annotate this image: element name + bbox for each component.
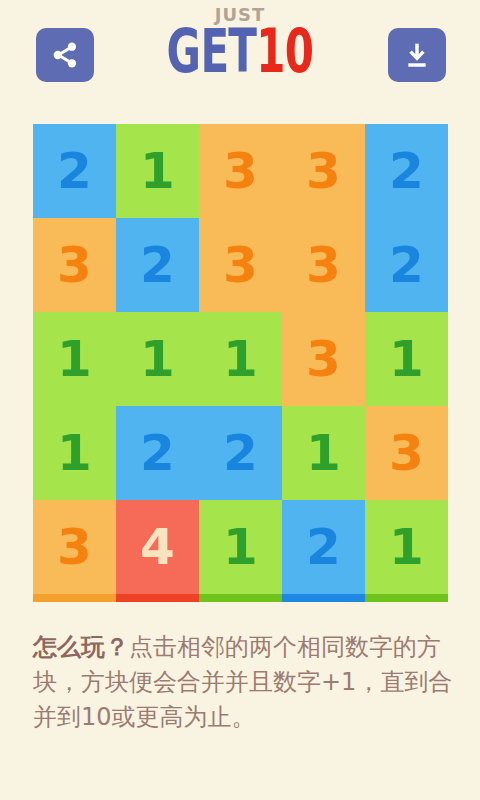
game-board: 2133232332111311221334121 bbox=[33, 124, 448, 594]
tile-r5c3[interactable]: 1 bbox=[199, 500, 282, 594]
title-10: 10 bbox=[256, 16, 313, 86]
board-shadow bbox=[33, 594, 448, 602]
download-button[interactable] bbox=[388, 28, 446, 82]
phone-screen: JUST GET10 bbox=[0, 0, 480, 800]
tile-r5c4[interactable]: 2 bbox=[282, 500, 365, 594]
tile-r2c2[interactable]: 2 bbox=[116, 218, 199, 312]
tile-shadow bbox=[282, 594, 365, 602]
tile-r3c1[interactable]: 1 bbox=[33, 312, 116, 406]
tile-r5c2[interactable]: 4 bbox=[116, 500, 199, 594]
tile-r5c5[interactable]: 1 bbox=[365, 500, 448, 594]
tile-r2c5[interactable]: 2 bbox=[365, 218, 448, 312]
instructions-line-2: 块，方块便会合并并且数字+1，直到合 bbox=[33, 665, 453, 700]
instructions-title: 怎么玩？ bbox=[33, 633, 129, 661]
tile-r4c3[interactable]: 2 bbox=[199, 406, 282, 500]
tile-r3c4[interactable]: 3 bbox=[282, 312, 365, 406]
tile-r3c3[interactable]: 1 bbox=[199, 312, 282, 406]
tile-r1c3[interactable]: 3 bbox=[199, 124, 282, 218]
tile-shadow bbox=[116, 594, 199, 602]
share-button[interactable] bbox=[36, 28, 94, 82]
tile-r4c5[interactable]: 3 bbox=[365, 406, 448, 500]
tile-r3c5[interactable]: 1 bbox=[365, 312, 448, 406]
app-title: GET10 bbox=[72, 16, 408, 86]
instructions-line1-text: 点击相邻的两个相同数字的方 bbox=[129, 633, 441, 661]
title-get: GET bbox=[167, 16, 257, 86]
tile-r1c5[interactable]: 2 bbox=[365, 124, 448, 218]
tile-r2c1[interactable]: 3 bbox=[33, 218, 116, 312]
tile-r4c1[interactable]: 1 bbox=[33, 406, 116, 500]
tile-r1c1[interactable]: 2 bbox=[33, 124, 116, 218]
tile-r1c4[interactable]: 3 bbox=[282, 124, 365, 218]
tile-r4c2[interactable]: 2 bbox=[116, 406, 199, 500]
tile-r1c2[interactable]: 1 bbox=[116, 124, 199, 218]
tile-shadow bbox=[33, 594, 116, 602]
download-icon bbox=[401, 39, 433, 71]
tile-r2c4[interactable]: 3 bbox=[282, 218, 365, 312]
tile-r3c2[interactable]: 1 bbox=[116, 312, 199, 406]
tile-r4c4[interactable]: 1 bbox=[282, 406, 365, 500]
tile-shadow bbox=[365, 594, 448, 602]
instructions-line-3: 并到10或更高为止。 bbox=[33, 700, 453, 735]
tile-r5c1[interactable]: 3 bbox=[33, 500, 116, 594]
instructions: 怎么玩？点击相邻的两个相同数字的方 块，方块便会合并并且数字+1，直到合 并到1… bbox=[33, 630, 453, 735]
instructions-line-1: 怎么玩？点击相邻的两个相同数字的方 bbox=[33, 630, 453, 665]
share-icon bbox=[49, 39, 81, 71]
tile-shadow bbox=[199, 594, 282, 602]
tile-r2c3[interactable]: 3 bbox=[199, 218, 282, 312]
